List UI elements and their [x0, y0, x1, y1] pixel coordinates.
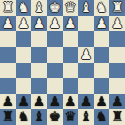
square-c7[interactable]: ♟	[78, 94, 94, 110]
square-c4[interactable]: ♟	[78, 47, 94, 63]
square-c8[interactable]: ♝	[78, 109, 94, 125]
piece-white-pawn[interactable]: ♟	[111, 16, 123, 30]
piece-black-knight[interactable]: ♞	[17, 110, 29, 124]
square-h2[interactable]: ♟	[0, 16, 16, 32]
piece-white-bishop[interactable]: ♝	[33, 1, 45, 15]
piece-black-pawn[interactable]: ♟	[33, 94, 45, 108]
square-b5[interactable]	[94, 63, 110, 79]
square-b3[interactable]	[94, 31, 110, 47]
square-f2[interactable]: ♟	[31, 16, 47, 32]
square-g8[interactable]: ♞	[16, 109, 32, 125]
square-h6[interactable]	[0, 78, 16, 94]
piece-black-pawn[interactable]: ♟	[96, 94, 108, 108]
square-g4[interactable]	[16, 47, 32, 63]
square-h8[interactable]: ♜	[0, 109, 16, 125]
square-b4[interactable]	[94, 47, 110, 63]
square-g3[interactable]	[16, 31, 32, 47]
square-h5[interactable]	[0, 63, 16, 79]
square-e1[interactable]: ♚	[47, 0, 63, 16]
square-a1[interactable]: ♜	[109, 0, 125, 16]
piece-white-pawn[interactable]: ♟	[64, 16, 76, 30]
square-c6[interactable]	[78, 78, 94, 94]
square-h4[interactable]	[0, 47, 16, 63]
square-e7[interactable]: ♟	[47, 94, 63, 110]
square-a8[interactable]: ♜	[109, 109, 125, 125]
square-g1[interactable]: ♞	[16, 0, 32, 16]
piece-black-king[interactable]: ♚	[49, 110, 61, 124]
square-f6[interactable]	[31, 78, 47, 94]
square-c3[interactable]	[78, 31, 94, 47]
piece-black-pawn[interactable]: ♟	[17, 94, 29, 108]
piece-black-pawn[interactable]: ♟	[2, 94, 14, 108]
square-a2[interactable]: ♟	[109, 16, 125, 32]
square-a7[interactable]: ♟	[109, 94, 125, 110]
square-c1[interactable]: ♝	[78, 0, 94, 16]
square-a3[interactable]	[109, 31, 125, 47]
square-c5[interactable]	[78, 63, 94, 79]
square-h7[interactable]: ♟	[0, 94, 16, 110]
square-d8[interactable]: ♛	[63, 109, 79, 125]
square-f5[interactable]	[31, 63, 47, 79]
square-e6[interactable]	[47, 78, 63, 94]
square-d6[interactable]	[63, 78, 79, 94]
piece-black-rook[interactable]: ♜	[2, 110, 14, 124]
square-a5[interactable]	[109, 63, 125, 79]
piece-white-knight[interactable]: ♞	[17, 1, 29, 15]
square-a6[interactable]	[109, 78, 125, 94]
chess-board: ♜♞♝♚♛♝♞♜♟♟♟♟♟♟♟♟♟♟♟♟♟♟♟♟♜♞♝♚♛♝♞♜	[0, 0, 125, 125]
square-d7[interactable]: ♟	[63, 94, 79, 110]
square-b7[interactable]: ♟	[94, 94, 110, 110]
piece-white-queen[interactable]: ♛	[64, 1, 76, 15]
square-d1[interactable]: ♛	[63, 0, 79, 16]
piece-white-pawn[interactable]: ♟	[2, 16, 14, 30]
piece-black-rook[interactable]: ♜	[111, 110, 123, 124]
square-g7[interactable]: ♟	[16, 94, 32, 110]
piece-black-pawn[interactable]: ♟	[111, 94, 123, 108]
square-d5[interactable]	[63, 63, 79, 79]
square-f8[interactable]: ♝	[31, 109, 47, 125]
piece-white-pawn[interactable]: ♟	[33, 16, 45, 30]
square-f1[interactable]: ♝	[31, 0, 47, 16]
piece-white-pawn[interactable]: ♟	[17, 16, 29, 30]
piece-black-queen[interactable]: ♛	[64, 110, 76, 124]
square-e8[interactable]: ♚	[47, 109, 63, 125]
square-a4[interactable]	[109, 47, 125, 63]
square-b8[interactable]: ♞	[94, 109, 110, 125]
square-d3[interactable]	[63, 31, 79, 47]
piece-black-pawn[interactable]: ♟	[49, 94, 61, 108]
piece-white-pawn[interactable]: ♟	[80, 47, 92, 61]
piece-white-king[interactable]: ♚	[49, 1, 61, 15]
square-b6[interactable]	[94, 78, 110, 94]
piece-black-knight[interactable]: ♞	[96, 110, 108, 124]
piece-black-bishop[interactable]: ♝	[33, 110, 45, 124]
piece-white-rook[interactable]: ♜	[2, 1, 14, 15]
square-f4[interactable]	[31, 47, 47, 63]
square-b2[interactable]: ♟	[94, 16, 110, 32]
square-f3[interactable]	[31, 31, 47, 47]
square-e4[interactable]	[47, 47, 63, 63]
square-f7[interactable]: ♟	[31, 94, 47, 110]
square-b1[interactable]: ♞	[94, 0, 110, 16]
piece-white-pawn[interactable]: ♟	[49, 16, 61, 30]
piece-white-rook[interactable]: ♜	[111, 1, 123, 15]
square-e5[interactable]	[47, 63, 63, 79]
square-e3[interactable]	[47, 31, 63, 47]
square-g5[interactable]	[16, 63, 32, 79]
piece-black-pawn[interactable]: ♟	[80, 94, 92, 108]
square-h1[interactable]: ♜	[0, 0, 16, 16]
square-e2[interactable]: ♟	[47, 16, 63, 32]
square-c2[interactable]	[78, 16, 94, 32]
piece-black-bishop[interactable]: ♝	[80, 110, 92, 124]
piece-white-knight[interactable]: ♞	[96, 1, 108, 15]
piece-white-pawn[interactable]: ♟	[96, 16, 108, 30]
piece-black-pawn[interactable]: ♟	[64, 94, 76, 108]
square-g6[interactable]	[16, 78, 32, 94]
square-d4[interactable]	[63, 47, 79, 63]
square-h3[interactable]	[0, 31, 16, 47]
square-d2[interactable]: ♟	[63, 16, 79, 32]
piece-white-bishop[interactable]: ♝	[80, 1, 92, 15]
square-g2[interactable]: ♟	[16, 16, 32, 32]
